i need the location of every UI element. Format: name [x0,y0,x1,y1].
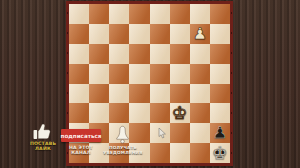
square-f1[interactable] [170,143,190,163]
square-h7[interactable] [210,24,230,44]
square-a4[interactable] [69,84,89,104]
square-g5[interactable] [190,64,210,84]
square-g6[interactable] [190,44,210,64]
square-b5[interactable] [89,64,109,84]
square-b7[interactable] [89,24,109,44]
square-b3[interactable] [89,103,109,123]
bell-icon [114,125,131,145]
square-a3[interactable] [69,103,89,123]
square-h2[interactable]: ♟ [210,123,230,143]
square-e5[interactable] [150,64,170,84]
square-e4[interactable] [150,84,170,104]
square-d7[interactable] [129,24,149,44]
subscribe-caption: НА ЭТОТ КАНАЛ [61,145,101,156]
square-e3[interactable] [150,103,170,123]
square-h5[interactable] [210,64,230,84]
video-frame: ♟♚♟♚ ПОСТАВЬ ЛАЙК подписаться НА ЭТОТ КА… [0,0,300,168]
subscribe-button-label: подписаться [61,133,102,139]
square-f6[interactable] [170,44,190,64]
square-d8[interactable] [129,4,149,24]
square-f8[interactable] [170,4,190,24]
square-c6[interactable] [109,44,129,64]
square-h3[interactable] [210,103,230,123]
square-a5[interactable] [69,64,89,84]
square-b8[interactable] [89,4,109,24]
notification-bell-button[interactable] [114,125,131,145]
square-e7[interactable] [150,24,170,44]
square-c3[interactable] [109,103,129,123]
square-c7[interactable] [109,24,129,44]
subscribe-button[interactable]: подписаться [61,129,101,142]
square-f3[interactable]: ♚ [170,103,190,123]
square-g2[interactable] [190,123,210,143]
white-pawn[interactable]: ♟ [193,26,207,42]
like-caption: ПОСТАВЬ ЛАЙК [24,141,62,152]
black-king[interactable]: ♚ [212,144,228,162]
square-a8[interactable] [69,4,89,24]
square-d2[interactable] [129,123,149,143]
square-d4[interactable] [129,84,149,104]
square-b6[interactable] [89,44,109,64]
square-h4[interactable] [210,84,230,104]
black-pawn[interactable]: ♟ [213,125,227,141]
square-f4[interactable] [170,84,190,104]
square-g3[interactable] [190,103,210,123]
like-button[interactable] [32,122,52,141]
square-f2[interactable] [170,123,190,143]
white-king[interactable]: ♚ [172,104,188,122]
square-f5[interactable] [170,64,190,84]
square-f7[interactable] [170,24,190,44]
square-c8[interactable] [109,4,129,24]
square-h6[interactable] [210,44,230,64]
square-c5[interactable] [109,64,129,84]
square-d6[interactable] [129,44,149,64]
square-e6[interactable] [150,44,170,64]
thumbs-up-icon [32,122,52,141]
square-e1[interactable] [150,143,170,163]
square-g7[interactable]: ♟ [190,24,210,44]
square-h1[interactable]: ♚ [210,143,230,163]
square-h8[interactable] [210,4,230,24]
square-e8[interactable] [150,4,170,24]
square-g8[interactable] [190,4,210,24]
square-c4[interactable] [109,84,129,104]
bell-caption-line2: УВЕДОМЛЕНИЯ [101,151,145,156]
square-d3[interactable] [129,103,149,123]
square-g4[interactable] [190,84,210,104]
like-caption-line2: ЛАЙК [24,146,62,151]
square-a6[interactable] [69,44,89,64]
bell-caption: ПОЛУЧАТЬ УВЕДОМЛЕНИЯ [101,146,145,156]
square-a7[interactable] [69,24,89,44]
square-b4[interactable] [89,84,109,104]
subscribe-caption-line2: КАНАЛ [61,150,101,155]
mouse-cursor-icon [158,128,166,139]
square-g1[interactable] [190,143,210,163]
square-d5[interactable] [129,64,149,84]
